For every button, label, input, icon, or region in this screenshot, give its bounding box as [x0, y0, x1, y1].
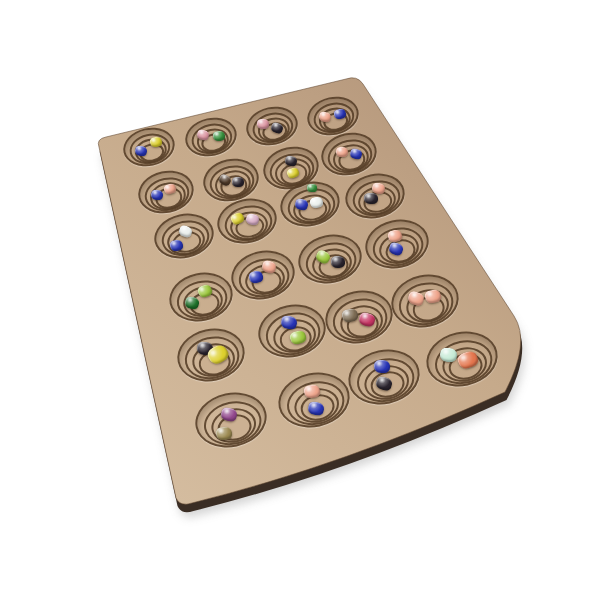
pit-rings: [120, 123, 179, 171]
product-photo-scene: [0, 0, 600, 600]
bead-salmon[interactable]: [303, 383, 320, 398]
pit-r3c3[interactable]: [280, 182, 340, 226]
pit-r5c3[interactable]: [325, 291, 393, 343]
pit-r5c4[interactable]: [391, 275, 459, 327]
pit-rings: [253, 298, 330, 363]
bead-blue[interactable]: [151, 189, 164, 200]
pit-r6c4[interactable]: [426, 332, 498, 386]
bead-green[interactable]: [307, 184, 316, 192]
pit-r6c1[interactable]: [195, 393, 267, 447]
bead-salmon[interactable]: [336, 147, 348, 157]
bead-green[interactable]: [213, 130, 226, 141]
pit-r4c2[interactable]: [231, 251, 295, 299]
bead-pink[interactable]: [257, 119, 269, 129]
pit-r3c1[interactable]: [154, 214, 214, 258]
pit-r1c4[interactable]: [307, 97, 359, 135]
pit-r1c3[interactable]: [246, 107, 298, 145]
pit-r6c3[interactable]: [348, 350, 420, 404]
bead-gold[interactable]: [216, 426, 233, 440]
bead-blue[interactable]: [134, 145, 147, 157]
pit-rings: [273, 366, 355, 434]
bead-black[interactable]: [364, 193, 377, 204]
pit-r2c1[interactable]: [138, 171, 194, 213]
pit-r6c2[interactable]: [278, 373, 350, 427]
pit-rings: [386, 268, 463, 333]
pit-layer: [0, 0, 600, 600]
pit-r2c4[interactable]: [321, 133, 377, 175]
pit-r5c1[interactable]: [177, 329, 245, 381]
pit-r3c2[interactable]: [217, 199, 277, 243]
pit-r5c2[interactable]: [258, 305, 326, 357]
pit-r2c2[interactable]: [203, 159, 259, 201]
bead-blue[interactable]: [374, 360, 390, 373]
bead-black[interactable]: [232, 177, 244, 187]
pit-r4c4[interactable]: [365, 220, 429, 268]
pit-r1c1[interactable]: [123, 128, 175, 166]
bead-black[interactable]: [331, 256, 345, 268]
pit-r4c3[interactable]: [298, 235, 362, 283]
pit-rings: [182, 113, 241, 161]
pit-r1c2[interactable]: [185, 118, 237, 156]
pit-r3c4[interactable]: [345, 174, 405, 218]
pit-rings: [227, 245, 300, 305]
pit-r4c1[interactable]: [169, 273, 233, 321]
